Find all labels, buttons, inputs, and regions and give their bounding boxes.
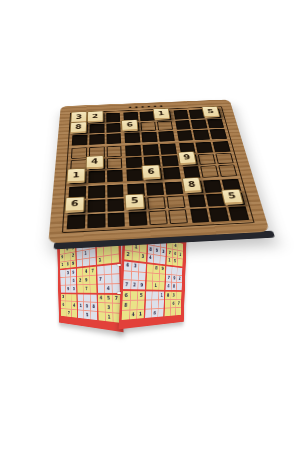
board-cell-r8c1: 6 [68, 200, 86, 214]
board-cell-r6c6 [163, 167, 181, 179]
page-cell [170, 308, 175, 316]
number-tile-6[interactable]: 6 [141, 165, 161, 180]
board-cell-r8c2 [87, 199, 105, 213]
board-box: 6 [125, 143, 180, 181]
page-box: 65841 [122, 291, 145, 320]
number-tile-5[interactable]: 5 [202, 106, 221, 118]
page-cell [60, 270, 65, 277]
page-cell [130, 291, 137, 300]
board-cell-r5c4 [126, 157, 143, 169]
page-cell [139, 272, 146, 281]
number-tile-4[interactable]: 4 [85, 155, 103, 169]
page-cell: 8 [165, 292, 170, 300]
page-cell [146, 282, 152, 290]
board-cell-r5c9 [216, 153, 234, 165]
page-cell: 3 [61, 294, 66, 301]
page-cell [177, 283, 182, 290]
page-cell [160, 256, 166, 264]
board-cell-r1c9: 5 [205, 109, 221, 118]
page-cell [122, 311, 129, 320]
page-cell [61, 309, 66, 316]
page-cell [165, 308, 170, 316]
page-cell: 8 [71, 277, 76, 284]
page-cell [78, 294, 84, 302]
page-box: 74 [97, 265, 120, 293]
page-cell [146, 292, 152, 300]
page-cell: 7 [90, 267, 96, 275]
board-cell-r9c2 [87, 214, 105, 229]
page-cell: 1 [78, 302, 84, 310]
board-cell-r8c6 [166, 195, 185, 209]
board-box: 5 [128, 182, 188, 227]
board-cell-r8c4: 5 [128, 197, 146, 211]
page-cell: 1 [167, 257, 172, 265]
board-cell-r6c9 [218, 165, 237, 177]
page-cell [153, 273, 159, 281]
page-cell: 9 [60, 254, 65, 262]
page-cell [104, 255, 111, 264]
page-cell [61, 285, 66, 292]
page-cell [78, 285, 84, 293]
board-cell-r8c7 [187, 194, 206, 208]
page-cell: 8 [171, 283, 176, 290]
page-cell: 6 [171, 300, 176, 307]
page-cell: 9 [84, 303, 90, 311]
board-cell-r5c3 [106, 158, 122, 170]
number-tile-8[interactable]: 8 [70, 121, 87, 133]
page-cell: 5 [84, 311, 90, 319]
page-cell [90, 294, 96, 302]
board-cell-r6c8 [201, 166, 220, 178]
board-grid: 32816541696585 [67, 109, 250, 230]
page-cell [145, 301, 151, 309]
page-cell [97, 284, 104, 292]
page-cell: 1 [97, 256, 104, 265]
page-cell: 4 [105, 284, 112, 292]
page-cell: 8 [148, 245, 154, 254]
page-cell: 2 [177, 275, 182, 282]
page-cell: 2 [77, 277, 83, 285]
page-cell [91, 312, 97, 321]
page-cell [90, 285, 96, 293]
page-cell [154, 255, 160, 264]
board-cell-r2c7 [175, 120, 191, 130]
board-cell-r3c3 [106, 133, 121, 144]
page-cell: 2 [178, 251, 183, 259]
page-cell [146, 273, 152, 281]
page-cell: 3 [139, 253, 146, 262]
board-cell-r3c4 [125, 133, 141, 144]
page-cell [147, 264, 153, 273]
page-cell [65, 253, 70, 261]
page-cell: 6 [123, 291, 130, 300]
page-cell: 2 [124, 250, 131, 260]
board-cell-r9c8 [209, 208, 229, 222]
board-cell-r4c3 [106, 146, 122, 157]
board-cell-r3c7 [177, 130, 194, 140]
page-cell [84, 294, 90, 302]
board-cell-r7c8 [204, 180, 223, 193]
page-cell: 5 [138, 292, 145, 300]
page-cell [66, 294, 71, 301]
page-box: 39893 [60, 269, 76, 293]
page-cell: 3 [105, 304, 112, 313]
board-cell-r6c1: 1 [69, 172, 86, 184]
board-frame: 32816541696585 [62, 106, 255, 233]
number-tile-8[interactable]: 8 [181, 177, 202, 193]
page-cell [98, 303, 105, 312]
page-cell [166, 266, 171, 274]
board-cell-r2c2 [89, 124, 104, 134]
page-cell [140, 243, 147, 252]
board-cell-r1c3 [106, 113, 121, 123]
page-cell [176, 308, 181, 316]
board-cell-r2c8 [191, 119, 208, 129]
page-cell [98, 312, 105, 321]
page-cell: 8 [153, 264, 159, 272]
board-cell-r2c4: 6 [124, 122, 139, 132]
page-cell: 1 [105, 313, 112, 322]
page-cell: 4 [83, 268, 89, 276]
page-cell [66, 302, 71, 309]
page-cell [77, 268, 83, 276]
page-cell: 3 [160, 247, 166, 255]
page-cell [104, 246, 111, 255]
board-cell-r6c2 [88, 171, 105, 183]
board-cell-r3c1 [72, 135, 88, 146]
page-box: 43729 [123, 261, 146, 290]
wooden-sudoku-board: ▪ ▪ ▪ ▪ ▪ ▪ 32816541696585 [48, 99, 269, 243]
number-tile-1[interactable]: 1 [153, 108, 171, 120]
board-box: 328 [72, 113, 122, 146]
board-cell-r9c9 [229, 207, 250, 221]
board-cell-r2c1: 8 [72, 124, 87, 134]
board-cell-r4c9 [213, 141, 231, 152]
board-cell-r3c8 [193, 130, 210, 140]
page-cell: 3 [71, 285, 76, 292]
page-cell [152, 292, 158, 300]
page-cell [172, 267, 177, 275]
page-cell [78, 310, 84, 318]
board-cell-r1c7 [173, 110, 189, 120]
page-cell: 9 [66, 285, 71, 292]
page-cell [104, 275, 111, 284]
board-cell-r4c6 [160, 143, 177, 154]
page-box: 3647 [61, 294, 77, 318]
board-cell-r6c5: 6 [145, 168, 162, 180]
board-cell-r3c2 [89, 134, 104, 145]
page-box: 476215 [167, 240, 184, 266]
page-cell [89, 248, 95, 257]
page-cell [159, 282, 165, 290]
page-cell: 5 [105, 294, 112, 303]
page-cell: 9 [138, 281, 145, 289]
page-box: 1985 [78, 294, 97, 320]
page-cell: 1 [153, 282, 159, 290]
board-cell-r9c1 [67, 215, 85, 230]
page-cell: 3 [132, 262, 139, 271]
page-cell [178, 243, 183, 251]
page-cell: 9 [172, 275, 177, 283]
board-cell-r7c5 [146, 182, 164, 195]
page-cell [90, 276, 96, 284]
number-tile-1[interactable]: 1 [66, 168, 85, 183]
page-cell [130, 301, 137, 310]
page-cell [96, 247, 103, 256]
page-cell [111, 254, 118, 263]
board-cell-r4c4 [125, 145, 141, 156]
page-cell: 4 [166, 283, 171, 291]
page-cell: 4 [130, 310, 137, 319]
page-cell: 1 [159, 292, 165, 300]
page-cell: 8 [122, 301, 129, 310]
board-box: 41 [69, 146, 123, 184]
page-cell [77, 251, 83, 259]
page-cell [178, 259, 183, 267]
page-cell: 9 [160, 265, 166, 273]
page-cell [145, 309, 151, 318]
board-cell-r9c5 [149, 211, 168, 225]
page-cell [139, 263, 146, 272]
page-cell: 2 [60, 262, 65, 269]
board-cell-r3c9 [210, 129, 227, 139]
page-cell: 3 [171, 292, 176, 299]
page-cell [158, 309, 164, 317]
page-cell: 7 [84, 285, 90, 293]
board-cell-r5c6 [161, 155, 178, 167]
board-cell-r5c7: 9 [181, 154, 199, 166]
page-box: 891 [146, 264, 165, 290]
page-cell: 6 [61, 301, 66, 308]
page-cell: 9 [71, 260, 76, 268]
page-cell [97, 266, 104, 275]
page-cell: 6 [173, 250, 178, 258]
page-cell: 7 [66, 309, 71, 317]
page-cell [112, 274, 120, 283]
page-cell: 9 [154, 246, 160, 255]
board-cell-r9c3 [107, 213, 125, 228]
page-cell: 4 [72, 302, 77, 310]
page-cell [72, 310, 77, 318]
page-box: 45731 [98, 294, 121, 323]
page-cell [152, 300, 158, 308]
board-cell-r7c2 [88, 185, 105, 198]
board-cell-r3c6 [158, 131, 174, 141]
product-photo: ▪ ▪ ▪ ▪ ▪ ▪ 32816541696585 6592289192139… [0, 0, 300, 450]
page-cell [104, 265, 111, 274]
page-cell: 6 [152, 309, 158, 317]
page-cell: 1 [83, 250, 89, 258]
board-cell-r3c5 [142, 132, 158, 143]
page-cell: 8 [65, 261, 70, 269]
page-cell [177, 267, 182, 275]
board-box: 5 [173, 109, 227, 141]
board-cell-r4c5 [143, 144, 159, 155]
wooden-sudoku-board-wrapper: ▪ ▪ ▪ ▪ ▪ ▪ 32816541696585 [48, 99, 269, 243]
board-cell-r2c3 [106, 123, 121, 133]
page-cell [132, 252, 139, 261]
board-cell-r1c2: 2 [90, 113, 105, 123]
board-cell-r2c9 [207, 119, 224, 129]
page-cell [83, 258, 89, 266]
page-cell [159, 274, 165, 282]
board-cell-r8c9: 5 [225, 192, 245, 206]
page-cell: 5 [172, 258, 177, 266]
page-cell: 4 [124, 261, 131, 270]
page-cell: 7 [167, 249, 172, 257]
board-cell-r8c3 [107, 198, 125, 212]
page-cell: 4 [98, 294, 105, 302]
page-cell [131, 271, 138, 280]
board-cell-r9c7 [190, 209, 210, 223]
number-tile-9[interactable]: 9 [177, 151, 197, 165]
number-tile-6[interactable]: 6 [64, 196, 84, 213]
board-cell-r5c2: 4 [88, 158, 104, 170]
page-cell [158, 300, 164, 308]
board-cell-r7c7: 8 [185, 181, 204, 194]
page-cell: 9 [71, 269, 76, 277]
page-cell: 1 [137, 310, 144, 319]
page-cell: 7 [123, 281, 130, 290]
number-tile-5[interactable]: 5 [221, 189, 244, 206]
page-cell: 9 [83, 276, 89, 284]
board-cell-r5c8 [198, 153, 216, 165]
page-cell: 4 [147, 254, 153, 263]
board-cell-r6c3 [107, 170, 124, 182]
number-tile-5[interactable]: 5 [125, 193, 145, 210]
board-cell-r2c6 [157, 121, 173, 131]
board-cell-r7c6 [165, 182, 183, 195]
page-cell [71, 294, 76, 301]
page-cell: 2 [131, 281, 138, 290]
page-cell [123, 271, 130, 280]
page-cell [177, 292, 182, 299]
board-box: 6 [67, 184, 126, 229]
page-box: 16 [145, 292, 165, 318]
page-box: 47297 [77, 267, 96, 293]
page-cell: 7 [166, 274, 171, 282]
page-cell [137, 301, 144, 310]
page-cell: 7 [176, 300, 181, 307]
page-cell [66, 277, 71, 284]
board-cell-r4c8 [196, 142, 213, 153]
board-box: 85 [185, 179, 249, 223]
page-cell: 3 [65, 269, 70, 276]
board-cell-r9c4 [129, 212, 148, 227]
page-cell [60, 278, 65, 285]
board-cell-r4c1 [71, 147, 87, 158]
page-cell [77, 259, 83, 267]
board-box: 16 [124, 111, 175, 144]
board-cell-r2c5 [141, 121, 157, 131]
page-box: 79248 [166, 266, 183, 290]
page-cell [89, 257, 95, 266]
board-cell-r9c6 [168, 210, 187, 224]
board-cell-r7c3 [107, 184, 124, 197]
page-box: 8367 [165, 292, 182, 316]
page-cell: 8 [90, 303, 96, 311]
board-box: 9 [179, 141, 238, 178]
page-cell: 2 [70, 252, 75, 260]
page-cell: 7 [97, 275, 104, 283]
page-cell [165, 300, 170, 308]
staple [117, 264, 121, 266]
staple [117, 292, 121, 294]
number-tile-2[interactable]: 2 [87, 111, 103, 123]
board-cell-r8c5 [147, 196, 165, 210]
board-cell-r1c6: 1 [156, 111, 172, 121]
number-tile-6[interactable]: 6 [121, 119, 138, 131]
